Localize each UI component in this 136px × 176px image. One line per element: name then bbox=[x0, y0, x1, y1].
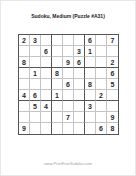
cell-r5c7: 8 bbox=[85, 79, 96, 90]
cell-r6c5 bbox=[63, 90, 74, 101]
cell-r6c1: 4 bbox=[19, 90, 30, 101]
cell-r9c1: 9 bbox=[19, 123, 30, 134]
cell-r2c1 bbox=[19, 46, 30, 57]
cell-r8c5: 7 bbox=[63, 112, 74, 123]
cell-r1c1: 2 bbox=[19, 35, 30, 46]
cell-r9c9: 8 bbox=[107, 123, 118, 134]
cell-r5c6 bbox=[74, 79, 85, 90]
cell-r7c8 bbox=[96, 101, 107, 112]
cell-r7c2: 5 bbox=[30, 101, 41, 112]
cell-r1c4 bbox=[52, 35, 63, 46]
cell-r5c3 bbox=[41, 79, 52, 90]
cell-r1c2: 3 bbox=[30, 35, 41, 46]
cell-r4c6 bbox=[74, 68, 85, 79]
cell-r7c9 bbox=[107, 101, 118, 112]
cell-r7c5 bbox=[63, 101, 74, 112]
cell-r2c3: 6 bbox=[41, 46, 52, 57]
cell-r4c9: 6 bbox=[107, 68, 118, 79]
cell-r5c2 bbox=[30, 79, 41, 90]
cell-r4c7 bbox=[85, 68, 96, 79]
cell-r2c7: 1 bbox=[85, 46, 96, 57]
cell-r9c6 bbox=[74, 123, 85, 134]
cell-r3c4 bbox=[52, 57, 63, 68]
cell-r3c2 bbox=[30, 57, 41, 68]
cell-r4c4: 8 bbox=[52, 68, 63, 79]
cell-r9c4 bbox=[52, 123, 63, 134]
cell-r2c6: 3 bbox=[74, 46, 85, 57]
cell-r7c1 bbox=[19, 101, 30, 112]
cell-r6c2: 6 bbox=[30, 90, 41, 101]
cell-r3c9: 2 bbox=[107, 57, 118, 68]
cell-r4c2: 1 bbox=[30, 68, 41, 79]
cell-r6c6 bbox=[74, 90, 85, 101]
cell-r6c4: 1 bbox=[52, 90, 63, 101]
sudoku-grid: 23676318962186685461254379968 bbox=[18, 34, 119, 135]
cell-r3c5: 9 bbox=[63, 57, 74, 68]
cell-r2c5 bbox=[63, 46, 74, 57]
cell-r9c7 bbox=[85, 123, 96, 134]
cell-r5c5: 6 bbox=[63, 79, 74, 90]
cell-r6c8: 2 bbox=[96, 90, 107, 101]
cell-r7c4 bbox=[52, 101, 63, 112]
cell-r7c3: 4 bbox=[41, 101, 52, 112]
cell-r5c8 bbox=[96, 79, 107, 90]
cell-r7c7: 3 bbox=[85, 101, 96, 112]
cell-r5c1 bbox=[19, 79, 30, 90]
cell-r5c9: 5 bbox=[107, 79, 118, 90]
cell-r8c8 bbox=[96, 112, 107, 123]
cell-r8c7 bbox=[85, 112, 96, 123]
cell-r2c2 bbox=[30, 46, 41, 57]
cell-r3c6: 6 bbox=[74, 57, 85, 68]
cell-r4c3 bbox=[41, 68, 52, 79]
cell-r9c3 bbox=[41, 123, 52, 134]
cell-r9c5 bbox=[63, 123, 74, 134]
cell-r2c8 bbox=[96, 46, 107, 57]
cell-r8c2 bbox=[30, 112, 41, 123]
cell-r3c7 bbox=[85, 57, 96, 68]
cell-r8c1 bbox=[19, 112, 30, 123]
cell-r8c4 bbox=[52, 112, 63, 123]
footer-url: www.PrintFreeSudoku.com bbox=[1, 162, 135, 166]
cell-r8c6 bbox=[74, 112, 85, 123]
cell-r7c6 bbox=[74, 101, 85, 112]
page-title: Sudoku, Medium (Puzzle #A31) bbox=[1, 14, 135, 19]
cell-r1c6 bbox=[74, 35, 85, 46]
cell-r1c3 bbox=[41, 35, 52, 46]
cell-r8c9: 9 bbox=[107, 112, 118, 123]
cell-r1c7: 6 bbox=[85, 35, 96, 46]
cell-r2c4 bbox=[52, 46, 63, 57]
cell-r1c9: 7 bbox=[107, 35, 118, 46]
page: Sudoku, Medium (Puzzle #A31) 23676318962… bbox=[0, 0, 136, 176]
cell-r4c8 bbox=[96, 68, 107, 79]
cell-r6c7 bbox=[85, 90, 96, 101]
cell-r6c9 bbox=[107, 90, 118, 101]
cell-r1c8 bbox=[96, 35, 107, 46]
cell-r3c1: 8 bbox=[19, 57, 30, 68]
cell-r9c8: 6 bbox=[96, 123, 107, 134]
cell-r2c9 bbox=[107, 46, 118, 57]
cell-r3c8 bbox=[96, 57, 107, 68]
cell-r6c3 bbox=[41, 90, 52, 101]
cell-r1c5 bbox=[63, 35, 74, 46]
cell-r5c4 bbox=[52, 79, 63, 90]
cell-r4c5 bbox=[63, 68, 74, 79]
cell-r4c1 bbox=[19, 68, 30, 79]
cell-r8c3 bbox=[41, 112, 52, 123]
cell-r3c3 bbox=[41, 57, 52, 68]
cell-r9c2 bbox=[30, 123, 41, 134]
